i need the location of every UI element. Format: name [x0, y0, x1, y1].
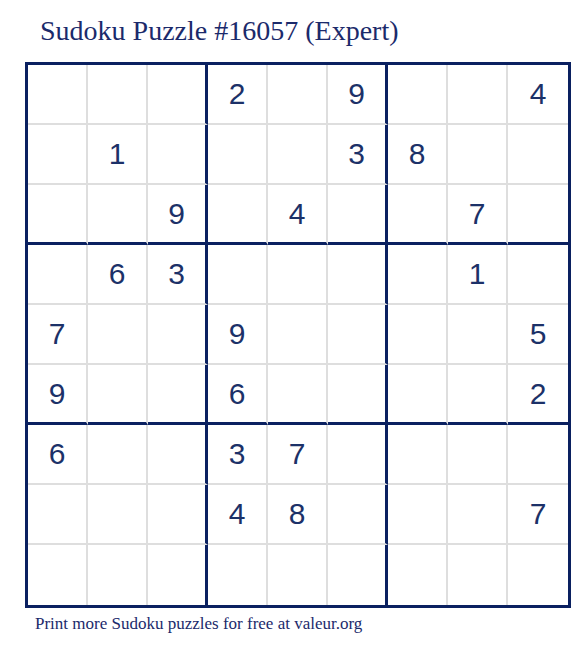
- cell-r8c1: [28, 485, 88, 545]
- cell-r8c6: [328, 485, 388, 545]
- cell-r5c8: [448, 305, 508, 365]
- cell-r5c2: [88, 305, 148, 365]
- sudoku-page: { "game": "sudoku", "header": { "title":…: [0, 0, 580, 651]
- cell-r5c7: [388, 305, 448, 365]
- cell-r8c9: 7: [508, 485, 568, 545]
- cell-r9c7: [388, 545, 448, 605]
- cell-r9c2: [88, 545, 148, 605]
- cell-r8c2: [88, 485, 148, 545]
- cell-r9c6: [328, 545, 388, 605]
- cell-r5c5: [268, 305, 328, 365]
- cell-r5c1: 7: [28, 305, 88, 365]
- cell-r9c8: [448, 545, 508, 605]
- cell-r4c8: 1: [448, 245, 508, 305]
- cell-r1c1: [28, 65, 88, 125]
- cell-r2c6: 3: [328, 125, 388, 185]
- cell-r8c5: 8: [268, 485, 328, 545]
- cell-r7c3: [148, 425, 208, 485]
- cell-r7c4: 3: [208, 425, 268, 485]
- cell-r9c3: [148, 545, 208, 605]
- cell-r3c4: [208, 185, 268, 245]
- cell-r8c3: [148, 485, 208, 545]
- cell-r4c6: [328, 245, 388, 305]
- cell-r6c2: [88, 365, 148, 425]
- cell-r4c7: [388, 245, 448, 305]
- cell-r1c7: [388, 65, 448, 125]
- cell-r3c2: [88, 185, 148, 245]
- cell-r6c1: 9: [28, 365, 88, 425]
- cell-r7c6: [328, 425, 388, 485]
- cell-r5c3: [148, 305, 208, 365]
- cell-r4c5: [268, 245, 328, 305]
- cell-r4c1: [28, 245, 88, 305]
- cell-r2c1: [28, 125, 88, 185]
- cell-r2c9: [508, 125, 568, 185]
- cell-r2c8: [448, 125, 508, 185]
- cell-r7c2: [88, 425, 148, 485]
- cell-r1c6: 9: [328, 65, 388, 125]
- cell-r7c1: 6: [28, 425, 88, 485]
- cell-r3c6: [328, 185, 388, 245]
- cell-r4c4: [208, 245, 268, 305]
- cell-r5c6: [328, 305, 388, 365]
- cell-r1c9: 4: [508, 65, 568, 125]
- cell-r6c5: [268, 365, 328, 425]
- cell-r2c2: 1: [88, 125, 148, 185]
- cell-r5c4: 9: [208, 305, 268, 365]
- cell-r9c4: [208, 545, 268, 605]
- cell-r4c2: 6: [88, 245, 148, 305]
- cell-r4c3: 3: [148, 245, 208, 305]
- cell-r1c3: [148, 65, 208, 125]
- cell-r8c8: [448, 485, 508, 545]
- cell-r3c5: 4: [268, 185, 328, 245]
- page-title: Sudoku Puzzle #16057 (Expert): [40, 14, 399, 48]
- cell-r9c5: [268, 545, 328, 605]
- cell-r1c8: [448, 65, 508, 125]
- cell-r6c9: 2: [508, 365, 568, 425]
- cell-r3c9: [508, 185, 568, 245]
- footer-text: Print more Sudoku puzzles for free at va…: [35, 612, 362, 636]
- cell-r3c1: [28, 185, 88, 245]
- sudoku-grid: 294138947631795962637487: [25, 62, 571, 608]
- cell-r3c8: 7: [448, 185, 508, 245]
- cell-r2c7: 8: [388, 125, 448, 185]
- cell-r2c3: [148, 125, 208, 185]
- cell-r9c9: [508, 545, 568, 605]
- cell-r1c2: [88, 65, 148, 125]
- cell-r4c9: [508, 245, 568, 305]
- cell-r7c8: [448, 425, 508, 485]
- cell-r7c9: [508, 425, 568, 485]
- cell-r6c3: [148, 365, 208, 425]
- cell-r8c4: 4: [208, 485, 268, 545]
- cell-r5c9: 5: [508, 305, 568, 365]
- cell-r9c1: [28, 545, 88, 605]
- cell-r2c5: [268, 125, 328, 185]
- cell-r3c3: 9: [148, 185, 208, 245]
- cell-r1c5: [268, 65, 328, 125]
- cell-r6c8: [448, 365, 508, 425]
- cell-r2c4: [208, 125, 268, 185]
- cell-r6c7: [388, 365, 448, 425]
- cell-r6c6: [328, 365, 388, 425]
- cell-r8c7: [388, 485, 448, 545]
- cell-r3c7: [388, 185, 448, 245]
- cell-r6c4: 6: [208, 365, 268, 425]
- cell-r7c5: 7: [268, 425, 328, 485]
- cell-r7c7: [388, 425, 448, 485]
- cell-r1c4: 2: [208, 65, 268, 125]
